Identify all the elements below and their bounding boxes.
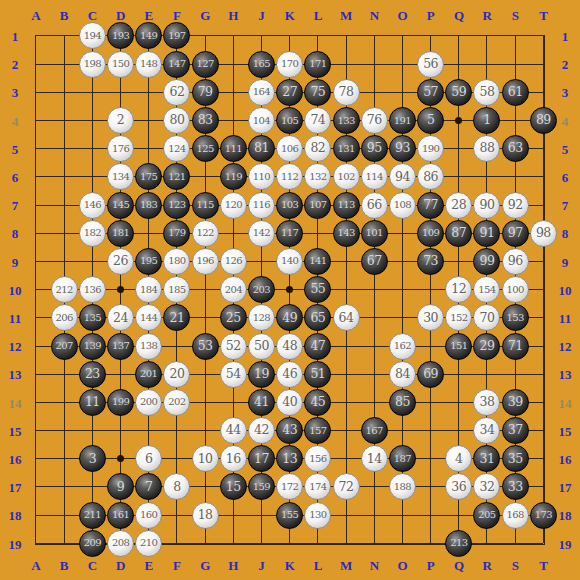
point-J8[interactable]: 142 — [247, 219, 275, 247]
point-K14[interactable]: 40 — [276, 388, 304, 416]
point-C8[interactable]: 182 — [78, 219, 106, 247]
point-J5[interactable]: 81 — [247, 135, 275, 163]
point-S4[interactable] — [501, 106, 529, 134]
point-F12[interactable] — [163, 332, 191, 360]
point-G14[interactable] — [191, 388, 219, 416]
point-Q16[interactable]: 4 — [445, 445, 473, 473]
point-A1[interactable] — [22, 22, 50, 50]
point-G1[interactable] — [191, 22, 219, 50]
point-M19[interactable] — [332, 529, 360, 557]
point-S1[interactable] — [501, 22, 529, 50]
point-M4[interactable]: 133 — [332, 106, 360, 134]
point-Q10[interactable]: 12 — [445, 276, 473, 304]
point-S16[interactable]: 35 — [501, 445, 529, 473]
point-E7[interactable]: 183 — [135, 191, 163, 219]
point-C15[interactable] — [78, 417, 106, 445]
point-H6[interactable]: 119 — [219, 163, 247, 191]
point-H16[interactable]: 16 — [219, 445, 247, 473]
point-Q15[interactable] — [445, 417, 473, 445]
point-T2[interactable] — [529, 50, 557, 78]
point-F7[interactable]: 123 — [163, 191, 191, 219]
point-J17[interactable]: 159 — [247, 473, 275, 501]
point-F9[interactable]: 180 — [163, 247, 191, 275]
point-G19[interactable] — [191, 529, 219, 557]
point-P3[interactable]: 57 — [417, 78, 445, 106]
point-D1[interactable]: 193 — [106, 22, 134, 50]
point-K9[interactable]: 140 — [276, 247, 304, 275]
point-L14[interactable]: 45 — [304, 388, 332, 416]
point-S10[interactable]: 100 — [501, 276, 529, 304]
point-F15[interactable] — [163, 417, 191, 445]
point-S13[interactable] — [501, 360, 529, 388]
point-B4[interactable] — [50, 106, 78, 134]
point-C11[interactable]: 135 — [78, 304, 106, 332]
point-M6[interactable]: 102 — [332, 163, 360, 191]
point-L8[interactable] — [304, 219, 332, 247]
point-R18[interactable]: 205 — [473, 501, 501, 529]
point-S2[interactable] — [501, 50, 529, 78]
point-L12[interactable]: 47 — [304, 332, 332, 360]
point-L18[interactable]: 130 — [304, 501, 332, 529]
point-P1[interactable] — [417, 22, 445, 50]
point-P17[interactable] — [417, 473, 445, 501]
point-C12[interactable]: 139 — [78, 332, 106, 360]
point-F11[interactable]: 21 — [163, 304, 191, 332]
point-C17[interactable] — [78, 473, 106, 501]
point-C2[interactable]: 198 — [78, 50, 106, 78]
point-B8[interactable] — [50, 219, 78, 247]
point-D18[interactable]: 161 — [106, 501, 134, 529]
point-P10[interactable] — [417, 276, 445, 304]
point-L15[interactable]: 157 — [304, 417, 332, 445]
point-N11[interactable] — [360, 304, 388, 332]
point-B12[interactable]: 207 — [50, 332, 78, 360]
point-B11[interactable]: 206 — [50, 304, 78, 332]
point-Q9[interactable] — [445, 247, 473, 275]
point-O14[interactable]: 85 — [388, 388, 416, 416]
point-A2[interactable] — [22, 50, 50, 78]
point-A15[interactable] — [22, 417, 50, 445]
point-B2[interactable] — [50, 50, 78, 78]
point-B9[interactable] — [50, 247, 78, 275]
point-L7[interactable]: 107 — [304, 191, 332, 219]
point-E13[interactable]: 201 — [135, 360, 163, 388]
point-T13[interactable] — [529, 360, 557, 388]
point-H15[interactable]: 44 — [219, 417, 247, 445]
point-Q19[interactable]: 213 — [445, 529, 473, 557]
point-G18[interactable]: 18 — [191, 501, 219, 529]
point-D17[interactable]: 9 — [106, 473, 134, 501]
point-M12[interactable] — [332, 332, 360, 360]
point-B15[interactable] — [50, 417, 78, 445]
point-M9[interactable] — [332, 247, 360, 275]
point-D15[interactable] — [106, 417, 134, 445]
point-N7[interactable]: 66 — [360, 191, 388, 219]
point-S17[interactable]: 33 — [501, 473, 529, 501]
point-R17[interactable]: 32 — [473, 473, 501, 501]
point-F13[interactable]: 20 — [163, 360, 191, 388]
point-K19[interactable] — [276, 529, 304, 557]
point-A7[interactable] — [22, 191, 50, 219]
point-J6[interactable]: 110 — [247, 163, 275, 191]
point-G6[interactable] — [191, 163, 219, 191]
point-E10[interactable]: 184 — [135, 276, 163, 304]
point-Q8[interactable]: 87 — [445, 219, 473, 247]
point-D14[interactable]: 199 — [106, 388, 134, 416]
point-L3[interactable]: 75 — [304, 78, 332, 106]
point-G15[interactable] — [191, 417, 219, 445]
point-D16[interactable] — [106, 445, 134, 473]
point-H11[interactable]: 25 — [219, 304, 247, 332]
point-K17[interactable]: 172 — [276, 473, 304, 501]
point-H10[interactable]: 204 — [219, 276, 247, 304]
point-H5[interactable]: 111 — [219, 135, 247, 163]
point-C16[interactable]: 3 — [78, 445, 106, 473]
point-G12[interactable]: 53 — [191, 332, 219, 360]
point-P16[interactable] — [417, 445, 445, 473]
point-L10[interactable]: 55 — [304, 276, 332, 304]
point-O16[interactable]: 187 — [388, 445, 416, 473]
point-H19[interactable] — [219, 529, 247, 557]
point-M7[interactable]: 113 — [332, 191, 360, 219]
point-A19[interactable] — [22, 529, 50, 557]
point-H4[interactable] — [219, 106, 247, 134]
point-H9[interactable]: 126 — [219, 247, 247, 275]
point-E1[interactable]: 149 — [135, 22, 163, 50]
point-Q7[interactable]: 28 — [445, 191, 473, 219]
point-R5[interactable]: 88 — [473, 135, 501, 163]
point-H1[interactable] — [219, 22, 247, 50]
point-F18[interactable] — [163, 501, 191, 529]
point-L13[interactable]: 51 — [304, 360, 332, 388]
point-K13[interactable]: 46 — [276, 360, 304, 388]
point-O7[interactable]: 108 — [388, 191, 416, 219]
point-E4[interactable] — [135, 106, 163, 134]
point-K5[interactable]: 106 — [276, 135, 304, 163]
point-S3[interactable]: 61 — [501, 78, 529, 106]
point-A14[interactable] — [22, 388, 50, 416]
point-Q5[interactable] — [445, 135, 473, 163]
point-E17[interactable]: 7 — [135, 473, 163, 501]
point-P7[interactable]: 77 — [417, 191, 445, 219]
point-N3[interactable] — [360, 78, 388, 106]
point-D11[interactable]: 24 — [106, 304, 134, 332]
point-B10[interactable]: 212 — [50, 276, 78, 304]
point-J2[interactable]: 165 — [247, 50, 275, 78]
point-M14[interactable] — [332, 388, 360, 416]
point-A16[interactable] — [22, 445, 50, 473]
point-D9[interactable]: 26 — [106, 247, 134, 275]
point-A13[interactable] — [22, 360, 50, 388]
point-G5[interactable]: 125 — [191, 135, 219, 163]
point-H17[interactable]: 15 — [219, 473, 247, 501]
point-R10[interactable]: 154 — [473, 276, 501, 304]
point-G16[interactable]: 10 — [191, 445, 219, 473]
point-Q13[interactable] — [445, 360, 473, 388]
point-T4[interactable]: 89 — [529, 106, 557, 134]
point-S7[interactable]: 92 — [501, 191, 529, 219]
point-B19[interactable] — [50, 529, 78, 557]
point-J11[interactable]: 128 — [247, 304, 275, 332]
point-J1[interactable] — [247, 22, 275, 50]
point-B7[interactable] — [50, 191, 78, 219]
point-D3[interactable] — [106, 78, 134, 106]
point-J18[interactable] — [247, 501, 275, 529]
point-D5[interactable]: 176 — [106, 135, 134, 163]
point-F19[interactable] — [163, 529, 191, 557]
point-J15[interactable]: 42 — [247, 417, 275, 445]
point-J19[interactable] — [247, 529, 275, 557]
point-A10[interactable] — [22, 276, 50, 304]
point-D4[interactable]: 2 — [106, 106, 134, 134]
point-H18[interactable] — [219, 501, 247, 529]
point-M16[interactable] — [332, 445, 360, 473]
point-R16[interactable]: 31 — [473, 445, 501, 473]
point-J9[interactable] — [247, 247, 275, 275]
point-C7[interactable]: 146 — [78, 191, 106, 219]
point-S14[interactable]: 39 — [501, 388, 529, 416]
point-B18[interactable] — [50, 501, 78, 529]
point-S12[interactable]: 71 — [501, 332, 529, 360]
point-N1[interactable] — [360, 22, 388, 50]
point-D10[interactable] — [106, 276, 134, 304]
point-G2[interactable]: 127 — [191, 50, 219, 78]
point-B14[interactable] — [50, 388, 78, 416]
point-T6[interactable] — [529, 163, 557, 191]
point-Q4[interactable] — [445, 106, 473, 134]
point-T12[interactable] — [529, 332, 557, 360]
point-G9[interactable]: 196 — [191, 247, 219, 275]
point-P6[interactable]: 86 — [417, 163, 445, 191]
point-S6[interactable] — [501, 163, 529, 191]
point-O1[interactable] — [388, 22, 416, 50]
point-P11[interactable]: 30 — [417, 304, 445, 332]
point-E6[interactable]: 175 — [135, 163, 163, 191]
point-O11[interactable] — [388, 304, 416, 332]
point-M10[interactable] — [332, 276, 360, 304]
point-N2[interactable] — [360, 50, 388, 78]
point-Q18[interactable] — [445, 501, 473, 529]
point-C5[interactable] — [78, 135, 106, 163]
point-R12[interactable]: 29 — [473, 332, 501, 360]
point-Q12[interactable]: 151 — [445, 332, 473, 360]
point-H7[interactable]: 120 — [219, 191, 247, 219]
point-B3[interactable] — [50, 78, 78, 106]
point-C1[interactable]: 194 — [78, 22, 106, 50]
point-B16[interactable] — [50, 445, 78, 473]
point-N14[interactable] — [360, 388, 388, 416]
point-D2[interactable]: 150 — [106, 50, 134, 78]
point-O9[interactable] — [388, 247, 416, 275]
point-M5[interactable]: 131 — [332, 135, 360, 163]
point-C9[interactable] — [78, 247, 106, 275]
point-O3[interactable] — [388, 78, 416, 106]
point-O15[interactable] — [388, 417, 416, 445]
point-A3[interactable] — [22, 78, 50, 106]
point-D12[interactable]: 137 — [106, 332, 134, 360]
point-Q14[interactable] — [445, 388, 473, 416]
point-T17[interactable] — [529, 473, 557, 501]
point-K6[interactable]: 112 — [276, 163, 304, 191]
point-F6[interactable]: 121 — [163, 163, 191, 191]
point-R15[interactable]: 34 — [473, 417, 501, 445]
point-N17[interactable] — [360, 473, 388, 501]
point-P18[interactable] — [417, 501, 445, 529]
point-H12[interactable]: 52 — [219, 332, 247, 360]
point-M17[interactable]: 72 — [332, 473, 360, 501]
point-T15[interactable] — [529, 417, 557, 445]
point-N19[interactable] — [360, 529, 388, 557]
point-K2[interactable]: 170 — [276, 50, 304, 78]
point-P19[interactable] — [417, 529, 445, 557]
point-T14[interactable] — [529, 388, 557, 416]
point-R1[interactable] — [473, 22, 501, 50]
point-K7[interactable]: 103 — [276, 191, 304, 219]
point-P2[interactable]: 56 — [417, 50, 445, 78]
point-E2[interactable]: 148 — [135, 50, 163, 78]
point-P8[interactable]: 109 — [417, 219, 445, 247]
point-T18[interactable]: 173 — [529, 501, 557, 529]
point-F16[interactable] — [163, 445, 191, 473]
point-M1[interactable] — [332, 22, 360, 50]
point-B1[interactable] — [50, 22, 78, 50]
point-T1[interactable] — [529, 22, 557, 50]
point-S9[interactable]: 96 — [501, 247, 529, 275]
point-O6[interactable]: 94 — [388, 163, 416, 191]
point-E5[interactable] — [135, 135, 163, 163]
point-T7[interactable] — [529, 191, 557, 219]
point-E16[interactable]: 6 — [135, 445, 163, 473]
point-O10[interactable] — [388, 276, 416, 304]
point-T9[interactable] — [529, 247, 557, 275]
point-R4[interactable]: 1 — [473, 106, 501, 134]
point-A8[interactable] — [22, 219, 50, 247]
point-M13[interactable] — [332, 360, 360, 388]
point-G8[interactable]: 122 — [191, 219, 219, 247]
point-N8[interactable]: 101 — [360, 219, 388, 247]
point-J7[interactable]: 116 — [247, 191, 275, 219]
point-O13[interactable]: 84 — [388, 360, 416, 388]
point-P12[interactable] — [417, 332, 445, 360]
point-Q17[interactable]: 36 — [445, 473, 473, 501]
point-J4[interactable]: 104 — [247, 106, 275, 134]
point-Q2[interactable] — [445, 50, 473, 78]
point-H13[interactable]: 54 — [219, 360, 247, 388]
point-T16[interactable] — [529, 445, 557, 473]
point-E3[interactable] — [135, 78, 163, 106]
point-R9[interactable]: 99 — [473, 247, 501, 275]
point-B5[interactable] — [50, 135, 78, 163]
point-K11[interactable]: 49 — [276, 304, 304, 332]
point-K1[interactable] — [276, 22, 304, 50]
point-C3[interactable] — [78, 78, 106, 106]
point-M3[interactable]: 78 — [332, 78, 360, 106]
point-N13[interactable] — [360, 360, 388, 388]
point-M18[interactable] — [332, 501, 360, 529]
point-E19[interactable]: 210 — [135, 529, 163, 557]
point-N6[interactable]: 114 — [360, 163, 388, 191]
point-M8[interactable]: 143 — [332, 219, 360, 247]
point-Q11[interactable]: 152 — [445, 304, 473, 332]
point-D8[interactable]: 181 — [106, 219, 134, 247]
point-C14[interactable]: 11 — [78, 388, 106, 416]
point-L19[interactable] — [304, 529, 332, 557]
point-N4[interactable]: 76 — [360, 106, 388, 134]
point-Q3[interactable]: 59 — [445, 78, 473, 106]
point-R2[interactable] — [473, 50, 501, 78]
point-A11[interactable] — [22, 304, 50, 332]
point-F17[interactable]: 8 — [163, 473, 191, 501]
point-G17[interactable] — [191, 473, 219, 501]
point-C18[interactable]: 211 — [78, 501, 106, 529]
point-L6[interactable]: 132 — [304, 163, 332, 191]
point-J3[interactable]: 164 — [247, 78, 275, 106]
point-P5[interactable]: 190 — [417, 135, 445, 163]
point-C13[interactable]: 23 — [78, 360, 106, 388]
point-E8[interactable] — [135, 219, 163, 247]
point-G3[interactable]: 79 — [191, 78, 219, 106]
point-A17[interactable] — [22, 473, 50, 501]
point-R13[interactable] — [473, 360, 501, 388]
point-E18[interactable]: 160 — [135, 501, 163, 529]
point-Q6[interactable] — [445, 163, 473, 191]
point-N18[interactable] — [360, 501, 388, 529]
point-M2[interactable] — [332, 50, 360, 78]
point-A5[interactable] — [22, 135, 50, 163]
point-S8[interactable]: 97 — [501, 219, 529, 247]
point-D19[interactable]: 208 — [106, 529, 134, 557]
point-F8[interactable]: 179 — [163, 219, 191, 247]
point-O2[interactable] — [388, 50, 416, 78]
point-L1[interactable] — [304, 22, 332, 50]
point-P9[interactable]: 73 — [417, 247, 445, 275]
point-A18[interactable] — [22, 501, 50, 529]
point-O18[interactable] — [388, 501, 416, 529]
point-S18[interactable]: 168 — [501, 501, 529, 529]
point-P4[interactable]: 5 — [417, 106, 445, 134]
point-E12[interactable]: 138 — [135, 332, 163, 360]
point-M15[interactable] — [332, 417, 360, 445]
point-R11[interactable]: 70 — [473, 304, 501, 332]
point-G7[interactable]: 115 — [191, 191, 219, 219]
point-O12[interactable]: 162 — [388, 332, 416, 360]
point-O17[interactable]: 188 — [388, 473, 416, 501]
point-H2[interactable] — [219, 50, 247, 78]
point-L16[interactable]: 156 — [304, 445, 332, 473]
point-K16[interactable]: 13 — [276, 445, 304, 473]
point-O5[interactable]: 93 — [388, 135, 416, 163]
point-L4[interactable]: 74 — [304, 106, 332, 134]
point-G13[interactable] — [191, 360, 219, 388]
point-N15[interactable]: 167 — [360, 417, 388, 445]
point-F2[interactable]: 147 — [163, 50, 191, 78]
point-G4[interactable]: 83 — [191, 106, 219, 134]
point-D6[interactable]: 134 — [106, 163, 134, 191]
point-M11[interactable]: 64 — [332, 304, 360, 332]
point-F10[interactable]: 185 — [163, 276, 191, 304]
point-B13[interactable] — [50, 360, 78, 388]
point-D13[interactable] — [106, 360, 134, 388]
point-P13[interactable]: 69 — [417, 360, 445, 388]
point-H3[interactable] — [219, 78, 247, 106]
point-P15[interactable] — [417, 417, 445, 445]
point-B6[interactable] — [50, 163, 78, 191]
point-T3[interactable] — [529, 78, 557, 106]
point-O4[interactable]: 191 — [388, 106, 416, 134]
point-A12[interactable] — [22, 332, 50, 360]
point-G11[interactable] — [191, 304, 219, 332]
point-C6[interactable] — [78, 163, 106, 191]
